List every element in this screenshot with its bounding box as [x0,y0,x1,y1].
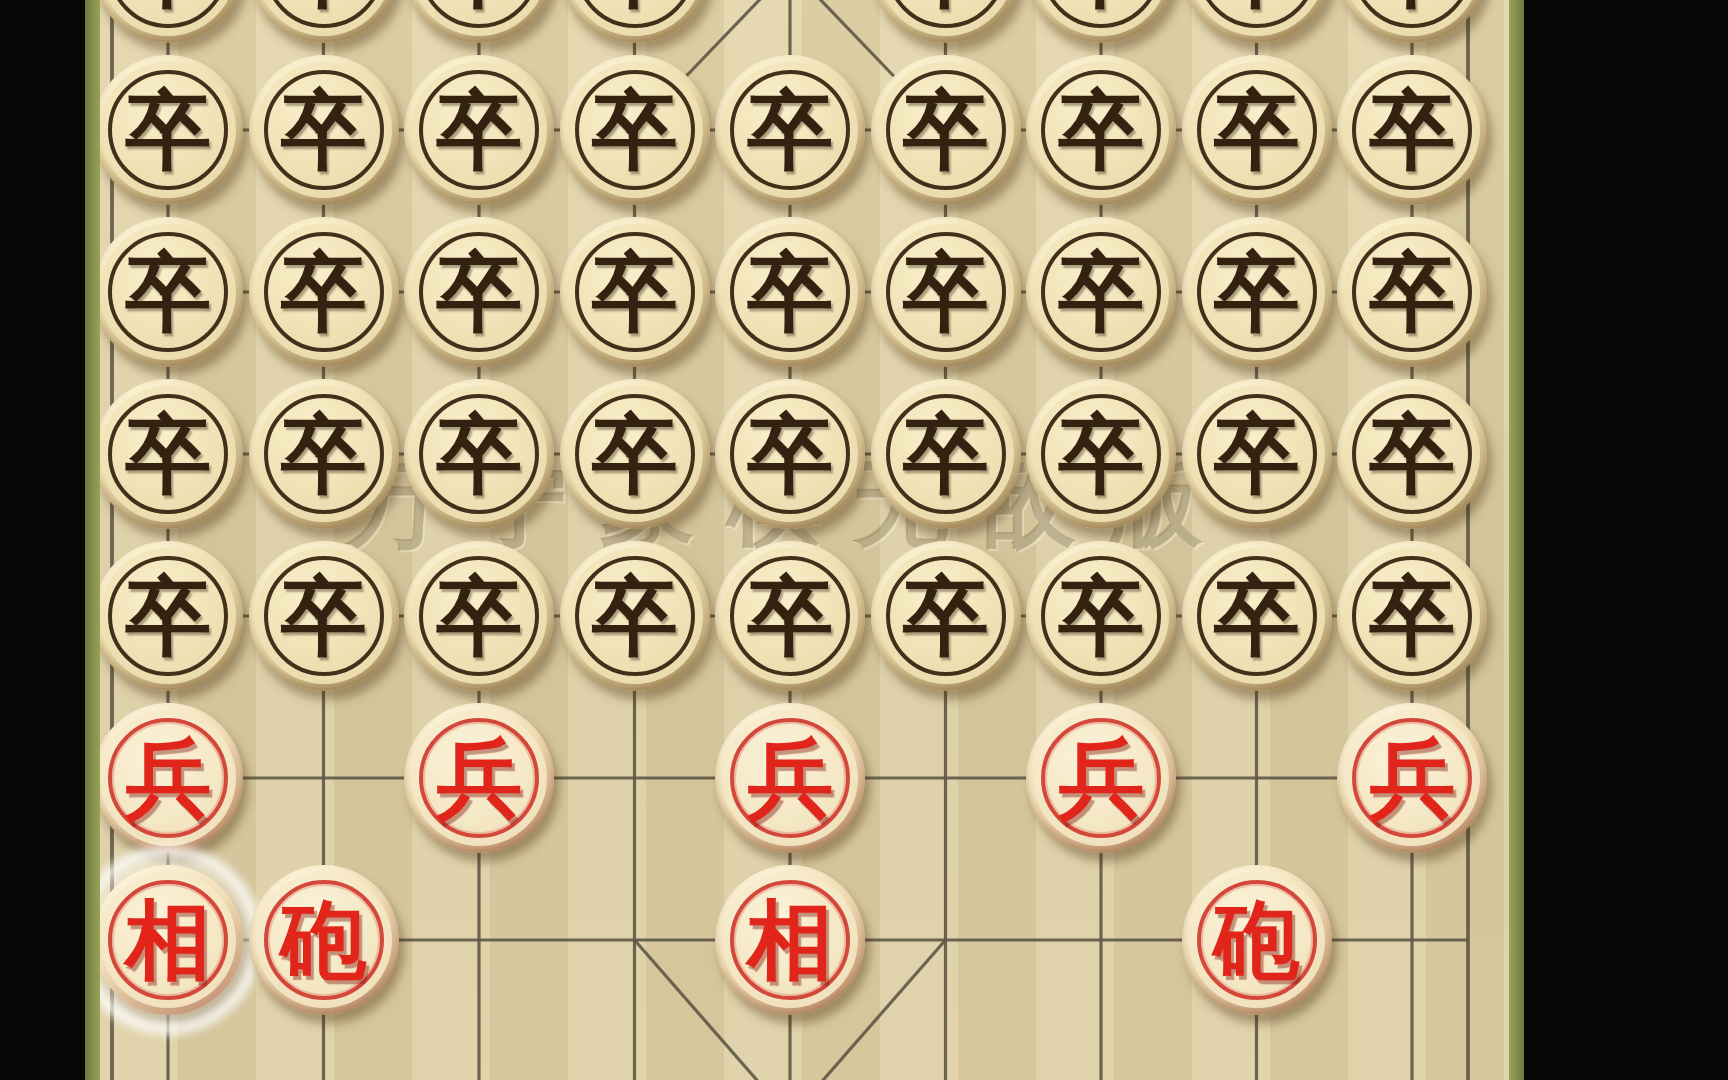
piece-black-soldier[interactable]: 卒 [404,541,554,691]
piece-character: 卒 [1182,379,1332,529]
piece-character: 卒 [1182,55,1332,205]
piece-character: 兵 [1026,703,1176,853]
piece-character: 卒 [1337,0,1487,43]
piece-red-soldier[interactable]: 兵 [715,703,865,853]
piece-character: 卒 [93,55,243,205]
piece-character: 卒 [249,541,399,691]
piece-character: 卒 [1337,55,1487,205]
piece-character: 卒 [1337,541,1487,691]
piece-black-soldier[interactable]: 卒 [249,217,399,367]
piece-red-elephant[interactable]: 相 [93,865,243,1015]
piece-black-soldier[interactable]: 卒 [1337,541,1487,691]
piece-character: 兵 [715,703,865,853]
piece-black-soldier[interactable]: 卒 [715,379,865,529]
piece-character: 相 [715,865,865,1015]
piece-character: 卒 [715,55,865,205]
piece-character: 卒 [871,379,1021,529]
piece-black-soldier[interactable]: 卒 [560,217,710,367]
piece-black-soldier[interactable]: 卒 [871,379,1021,529]
piece-red-soldier[interactable]: 兵 [93,703,243,853]
piece-character: 卒 [249,217,399,367]
piece-black-soldier[interactable]: 卒 [560,55,710,205]
piece-character: 卒 [871,55,1021,205]
piece-black-soldier[interactable]: 卒 [1337,379,1487,529]
piece-red-soldier[interactable]: 兵 [404,703,554,853]
piece-black-soldier[interactable]: 卒 [1182,55,1332,205]
piece-black-soldier[interactable]: 卒 [1026,55,1176,205]
piece-character: 卒 [249,55,399,205]
piece-character: 卒 [560,379,710,529]
piece-black-soldier[interactable]: 卒 [1182,0,1332,43]
piece-character: 卒 [1182,541,1332,691]
board-right-edge [1509,0,1524,1080]
piece-character: 卒 [715,379,865,529]
piece-character: 卒 [560,541,710,691]
piece-black-soldier[interactable]: 卒 [1026,379,1176,529]
piece-black-soldier[interactable]: 卒 [1026,541,1176,691]
piece-character: 卒 [560,0,710,43]
piece-character: 卒 [560,217,710,367]
piece-black-soldier[interactable]: 卒 [560,541,710,691]
piece-character: 卒 [1026,379,1176,529]
piece-character: 相 [93,865,243,1015]
piece-character: 卒 [93,379,243,529]
piece-character: 卒 [1026,217,1176,367]
piece-character: 卒 [93,541,243,691]
piece-black-soldier[interactable]: 卒 [1182,217,1332,367]
piece-red-cannon[interactable]: 砲 [249,865,399,1015]
piece-black-soldier[interactable]: 卒 [560,0,710,43]
piece-character: 兵 [404,703,554,853]
piece-character: 卒 [715,541,865,691]
piece-character: 卒 [1026,55,1176,205]
piece-character: 卒 [249,0,399,43]
piece-red-cannon[interactable]: 砲 [1182,865,1332,1015]
game-screen: 万宁象棋无敌版 卒卒卒卒卒卒卒卒卒卒卒卒卒卒卒卒卒卒卒卒卒卒卒卒卒卒卒卒卒卒卒卒… [0,0,1728,1080]
piece-character: 卒 [1337,379,1487,529]
piece-black-soldier[interactable]: 卒 [404,55,554,205]
piece-black-soldier[interactable]: 卒 [715,217,865,367]
piece-black-soldier[interactable]: 卒 [249,541,399,691]
piece-black-soldier[interactable]: 卒 [871,217,1021,367]
piece-red-soldier[interactable]: 兵 [1026,703,1176,853]
piece-black-soldier[interactable]: 卒 [93,379,243,529]
piece-character: 卒 [1182,0,1332,43]
piece-character: 砲 [1182,865,1332,1015]
piece-red-elephant[interactable]: 相 [715,865,865,1015]
piece-character: 砲 [249,865,399,1015]
piece-character: 卒 [404,541,554,691]
piece-character: 兵 [93,703,243,853]
piece-black-soldier[interactable]: 卒 [1337,217,1487,367]
piece-character: 卒 [404,55,554,205]
piece-black-soldier[interactable]: 卒 [93,541,243,691]
piece-black-soldier[interactable]: 卒 [93,55,243,205]
piece-black-soldier[interactable]: 卒 [1337,0,1487,43]
piece-black-soldier[interactable]: 卒 [249,0,399,43]
piece-black-soldier[interactable]: 卒 [404,0,554,43]
piece-character: 卒 [560,55,710,205]
piece-character: 卒 [93,0,243,43]
piece-black-soldier[interactable]: 卒 [871,55,1021,205]
piece-character: 卒 [1182,217,1332,367]
piece-black-soldier[interactable]: 卒 [249,379,399,529]
piece-black-soldier[interactable]: 卒 [715,541,865,691]
piece-character: 卒 [404,0,554,43]
piece-character: 卒 [404,217,554,367]
piece-black-soldier[interactable]: 卒 [93,217,243,367]
piece-character: 卒 [1026,541,1176,691]
piece-black-soldier[interactable]: 卒 [1026,217,1176,367]
piece-red-soldier[interactable]: 兵 [1337,703,1487,853]
board-left-edge [85,0,100,1080]
piece-character: 卒 [871,0,1021,43]
piece-character: 卒 [1337,217,1487,367]
piece-character: 卒 [93,217,243,367]
piece-black-soldier[interactable]: 卒 [871,0,1021,43]
piece-black-soldier[interactable]: 卒 [404,379,554,529]
piece-black-soldier[interactable]: 卒 [715,55,865,205]
piece-black-soldier[interactable]: 卒 [404,217,554,367]
piece-character: 卒 [249,379,399,529]
piece-black-soldier[interactable]: 卒 [871,541,1021,691]
piece-character: 卒 [1026,0,1176,43]
piece-black-soldier[interactable]: 卒 [1337,55,1487,205]
right-letterbox-bar [1524,0,1728,1080]
piece-black-soldier[interactable]: 卒 [1026,0,1176,43]
piece-character: 卒 [715,217,865,367]
piece-black-soldier[interactable]: 卒 [560,379,710,529]
piece-black-soldier[interactable]: 卒 [1182,379,1332,529]
piece-black-soldier[interactable]: 卒 [93,0,243,43]
piece-black-soldier[interactable]: 卒 [249,55,399,205]
piece-character: 兵 [1337,703,1487,853]
piece-black-soldier[interactable]: 卒 [1182,541,1332,691]
left-letterbox-bar [0,0,85,1080]
piece-character: 卒 [871,541,1021,691]
piece-character: 卒 [871,217,1021,367]
piece-character: 卒 [404,379,554,529]
